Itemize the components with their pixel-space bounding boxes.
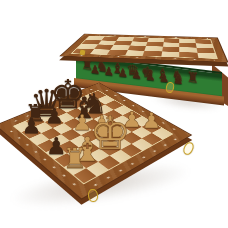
stored-pawn-icon: ♟ xyxy=(90,64,100,77)
stored-pawn-icon: ♟ xyxy=(104,65,114,78)
lid-square xyxy=(125,50,145,56)
chess-set-photo: ♜♞♝♛♚♝♞♜ ♟♟♟♟♟♟♟ ♜♛♚♟♟♝♞♟♟♟♟♜♝♚♟ xyxy=(0,0,228,228)
stored-pawn-icon: ♟ xyxy=(118,67,128,80)
lid-square xyxy=(161,51,179,57)
lid-square xyxy=(197,52,217,58)
stored-pawn-icon: ♟ xyxy=(131,69,141,82)
stored-pawn-icon: ♟ xyxy=(145,71,155,84)
stored-rook-icon: ♜ xyxy=(186,70,199,86)
lid-square xyxy=(143,51,162,57)
brass-hinge xyxy=(80,50,86,56)
lid-square xyxy=(179,52,198,58)
